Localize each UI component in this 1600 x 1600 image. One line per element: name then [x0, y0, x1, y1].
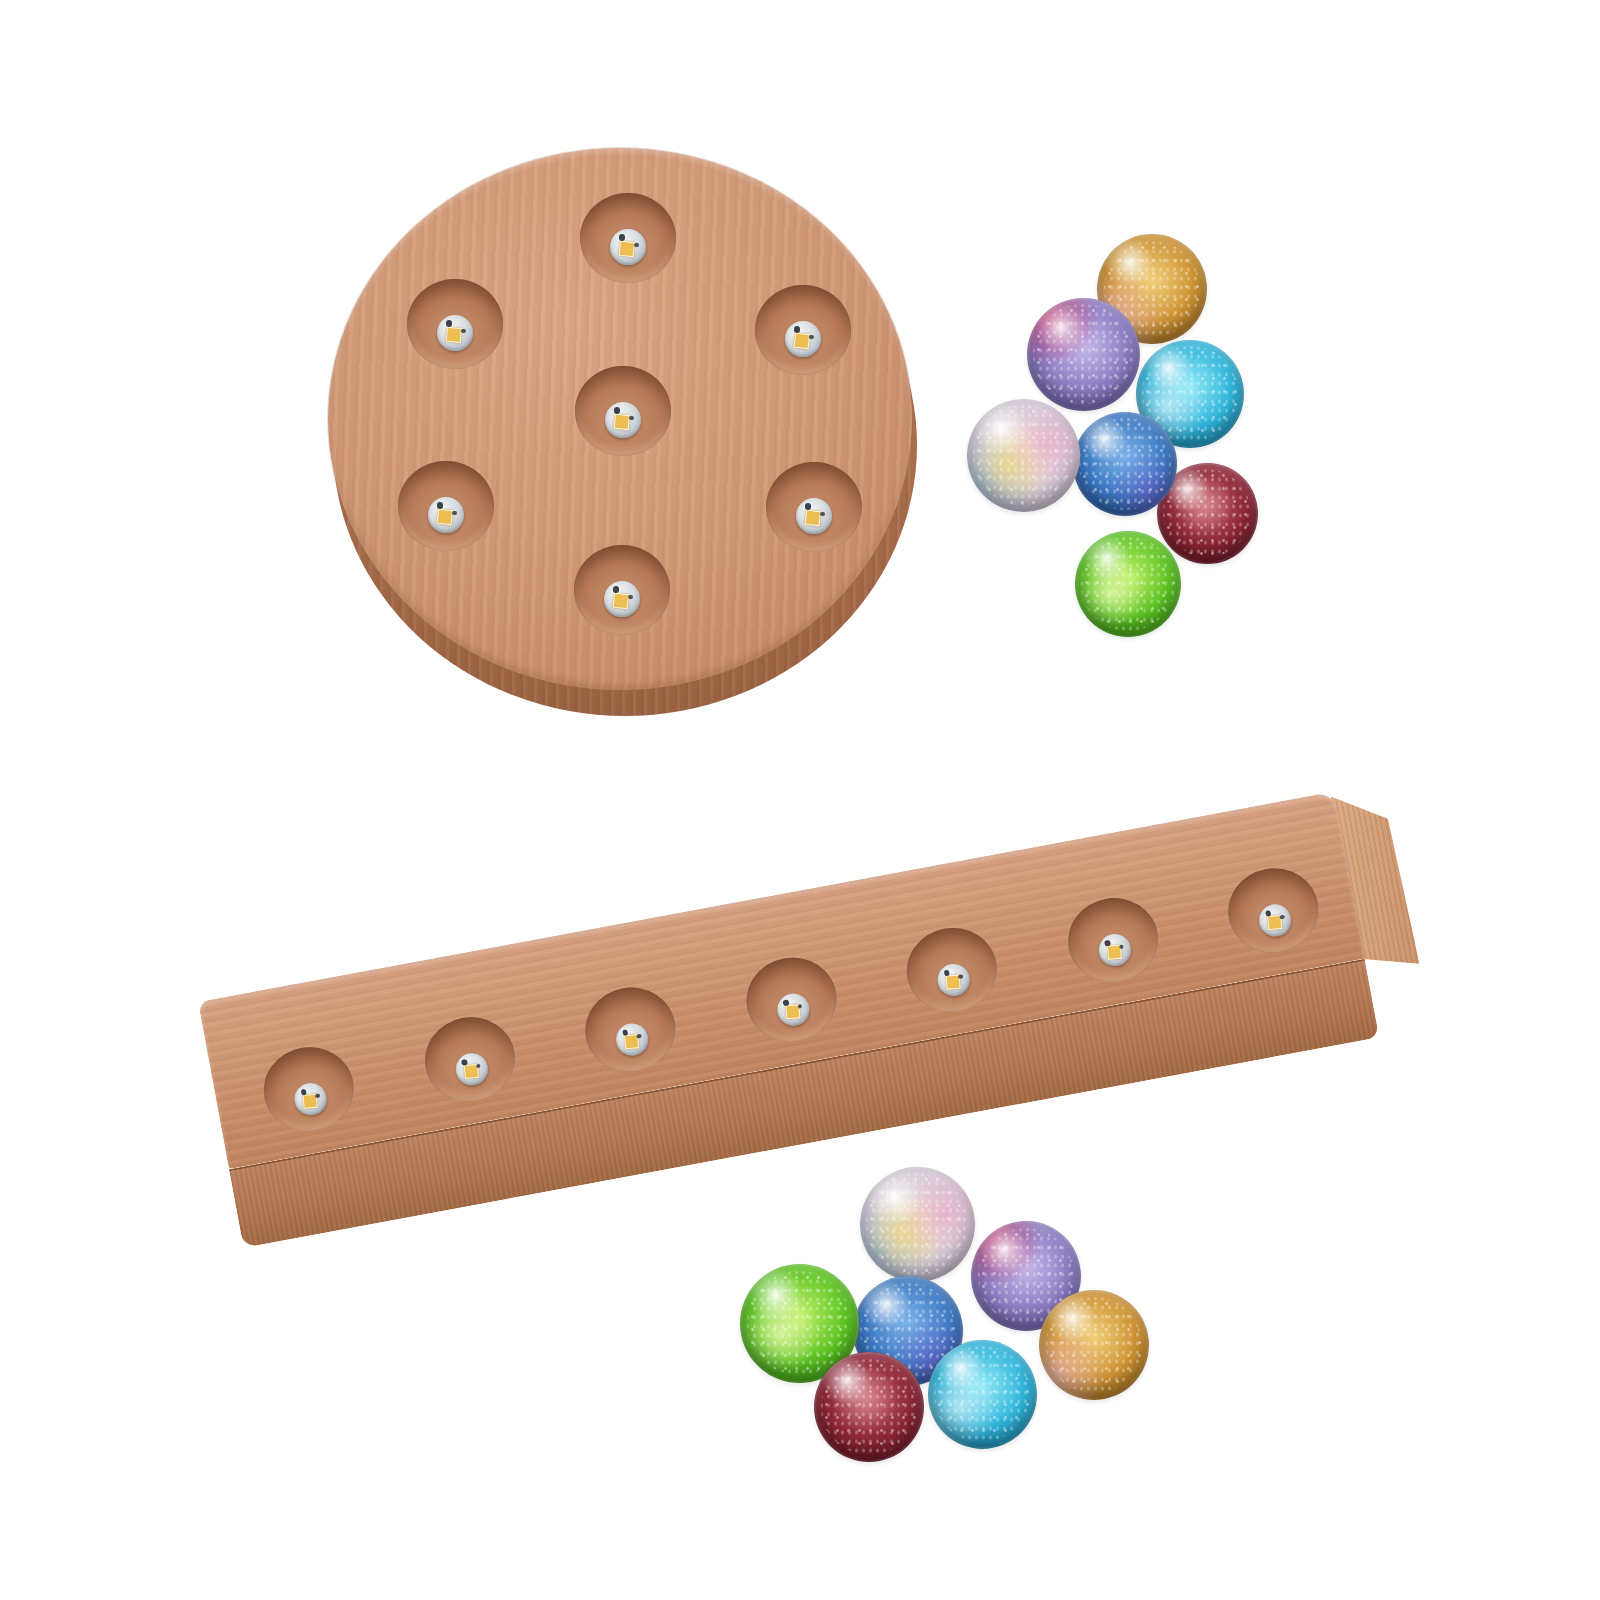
- led-wire-dot: [619, 234, 625, 240]
- bar-marble-board: [198, 781, 1439, 1253]
- led-chip: [805, 510, 821, 526]
- round-board-socket-4[interactable]: [574, 545, 670, 635]
- led-chip: [619, 241, 635, 257]
- led-icon: [613, 1021, 650, 1058]
- marble-dark-red[interactable]: [814, 1352, 924, 1462]
- led-chip: [437, 509, 453, 525]
- round-board-socket-3[interactable]: [766, 462, 862, 552]
- photo-canvas: [0, 0, 1600, 1600]
- led-wire-dot: [1119, 945, 1124, 950]
- led-icon: [774, 991, 811, 1028]
- led-wire-dot: [446, 320, 452, 326]
- led-chip: [613, 593, 629, 609]
- led-icon: [785, 321, 821, 357]
- bar-board-end-face: [1329, 782, 1425, 1004]
- led-wire-dot: [820, 512, 825, 517]
- led-chip: [446, 327, 462, 343]
- marble-opal[interactable]: [860, 1167, 975, 1282]
- led-wire-dot: [634, 243, 639, 248]
- led-icon: [1257, 902, 1294, 939]
- led-icon: [935, 961, 972, 998]
- led-wire-dot: [461, 329, 466, 334]
- led-wire-dot: [614, 407, 620, 413]
- marble-purple[interactable]: [1027, 298, 1140, 411]
- led-icon: [292, 1081, 329, 1118]
- round-board-socket-7[interactable]: [575, 366, 671, 456]
- led-icon: [610, 229, 646, 265]
- round-board-socket-6[interactable]: [407, 279, 503, 369]
- marble-green[interactable]: [1075, 531, 1181, 637]
- led-wire-dot: [1280, 915, 1285, 920]
- bar-board-sockets: [198, 792, 1334, 1002]
- led-wire-dot: [958, 974, 963, 979]
- led-wire-dot: [805, 503, 811, 509]
- bar-board-socket-5[interactable]: [900, 921, 1004, 1020]
- round-board-socket-2[interactable]: [755, 285, 851, 375]
- round-board-socket-5[interactable]: [398, 461, 494, 551]
- led-chip: [614, 414, 630, 430]
- round-board-sockets: [328, 148, 912, 690]
- bar-board-socket-4[interactable]: [739, 950, 843, 1049]
- marble-blue[interactable]: [1073, 412, 1177, 516]
- bar-board-socket-7[interactable]: [1221, 861, 1325, 960]
- bar-board-surface: [198, 792, 1365, 1170]
- led-wire-dot: [437, 502, 443, 508]
- led-wire-dot: [809, 335, 814, 340]
- bar-board-socket-3[interactable]: [578, 980, 682, 1079]
- marble-opal[interactable]: [967, 399, 1080, 512]
- led-wire-dot: [637, 1034, 642, 1039]
- led-icon: [1096, 932, 1133, 969]
- led-icon: [428, 497, 464, 533]
- round-board-surface: [328, 148, 912, 690]
- bar-board-socket-2[interactable]: [418, 1010, 522, 1109]
- led-icon: [453, 1051, 490, 1088]
- led-wire-dot: [794, 326, 800, 332]
- led-wire-dot: [315, 1094, 320, 1099]
- led-wire-dot: [613, 586, 619, 592]
- led-wire-dot: [476, 1064, 481, 1069]
- led-icon: [604, 581, 640, 617]
- bar-board-socket-6[interactable]: [1061, 891, 1165, 990]
- led-wire-dot: [629, 416, 634, 421]
- led-wire-dot: [452, 511, 457, 516]
- marble-gold[interactable]: [1039, 1290, 1149, 1400]
- led-chip: [794, 333, 810, 349]
- led-icon: [796, 498, 832, 534]
- led-icon: [437, 315, 473, 351]
- marble-cyan[interactable]: [928, 1340, 1037, 1449]
- led-wire-dot: [798, 1004, 803, 1009]
- round-board-socket-1[interactable]: [580, 193, 676, 283]
- bar-board-socket-1[interactable]: [257, 1040, 361, 1139]
- led-wire-dot: [628, 595, 633, 600]
- led-icon: [605, 402, 641, 438]
- marble-cluster-bottom: [0, 0, 1600, 1600]
